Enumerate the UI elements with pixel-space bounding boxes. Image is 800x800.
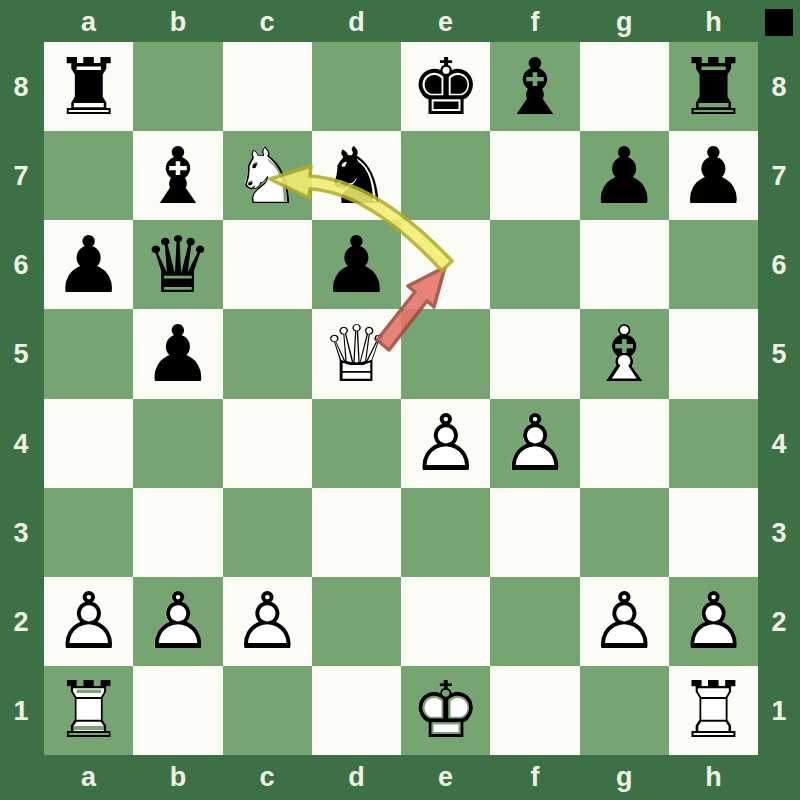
rank-label-2-right: 2 bbox=[771, 609, 786, 636]
piece-white-pawn: ♟♙ bbox=[133, 577, 222, 666]
square-g7[interactable]: ♟ bbox=[580, 131, 669, 220]
piece-black-pawn: ♟ bbox=[312, 220, 401, 309]
piece-white-pawn: ♟♙ bbox=[44, 577, 133, 666]
file-label-h-top: h bbox=[705, 9, 722, 36]
file-label-a-bottom: a bbox=[81, 764, 96, 791]
square-h2[interactable]: ♟♙ bbox=[669, 577, 758, 666]
square-f5[interactable] bbox=[490, 309, 579, 398]
file-label-d-bottom: d bbox=[348, 764, 365, 791]
square-d3[interactable] bbox=[312, 488, 401, 577]
piece-white-pawn: ♟♙ bbox=[490, 399, 579, 488]
piece-black-pawn: ♟ bbox=[580, 131, 669, 220]
square-b5[interactable]: ♟ bbox=[133, 309, 222, 398]
rank-label-3-left: 3 bbox=[13, 519, 28, 546]
square-e1[interactable]: ♚♔ bbox=[401, 666, 490, 755]
square-f2[interactable] bbox=[490, 577, 579, 666]
rank-label-7-right: 7 bbox=[771, 162, 786, 189]
square-d2[interactable] bbox=[312, 577, 401, 666]
piece-black-pawn: ♟ bbox=[44, 220, 133, 309]
square-g6[interactable] bbox=[580, 220, 669, 309]
piece-black-queen: ♛ bbox=[133, 220, 222, 309]
square-d1[interactable] bbox=[312, 666, 401, 755]
rank-label-2-left: 2 bbox=[13, 609, 28, 636]
square-h8[interactable]: ♜ bbox=[669, 42, 758, 131]
square-e7[interactable] bbox=[401, 131, 490, 220]
square-g4[interactable] bbox=[580, 399, 669, 488]
rank-label-8-left: 8 bbox=[13, 73, 28, 100]
square-f4[interactable]: ♟♙ bbox=[490, 399, 579, 488]
file-label-g-top: g bbox=[616, 9, 633, 36]
piece-white-pawn: ♟♙ bbox=[580, 577, 669, 666]
square-b7[interactable]: ♝ bbox=[133, 131, 222, 220]
square-a5[interactable] bbox=[44, 309, 133, 398]
square-c3[interactable] bbox=[223, 488, 312, 577]
square-g3[interactable] bbox=[580, 488, 669, 577]
square-g5[interactable]: ♝♗ bbox=[580, 309, 669, 398]
square-a8[interactable]: ♜ bbox=[44, 42, 133, 131]
piece-white-rook: ♜♖ bbox=[669, 666, 758, 755]
square-g2[interactable]: ♟♙ bbox=[580, 577, 669, 666]
board: ♜♚♝♜♝♞♘♞♟♟♟♛♟♟♛♕♝♗♟♙♟♙♟♙♟♙♟♙♟♙♟♙♜♖♚♔♜♖ bbox=[44, 42, 758, 755]
rank-label-6-right: 6 bbox=[771, 252, 786, 279]
square-d8[interactable] bbox=[312, 42, 401, 131]
piece-black-rook: ♜ bbox=[669, 42, 758, 131]
square-f1[interactable] bbox=[490, 666, 579, 755]
chessboard-frame: ♜♚♝♜♝♞♘♞♟♟♟♛♟♟♛♕♝♗♟♙♟♙♟♙♟♙♟♙♟♙♟♙♜♖♚♔♜♖ a… bbox=[0, 0, 800, 800]
rank-label-5-left: 5 bbox=[13, 341, 28, 368]
square-b1[interactable] bbox=[133, 666, 222, 755]
rank-label-4-left: 4 bbox=[13, 430, 28, 457]
square-a1[interactable]: ♜♖ bbox=[44, 666, 133, 755]
square-e6[interactable] bbox=[401, 220, 490, 309]
square-c1[interactable] bbox=[223, 666, 312, 755]
piece-white-king: ♚♔ bbox=[401, 666, 490, 755]
file-label-e-bottom: e bbox=[438, 764, 453, 791]
file-label-h-bottom: h bbox=[705, 764, 722, 791]
square-c5[interactable] bbox=[223, 309, 312, 398]
square-c2[interactable]: ♟♙ bbox=[223, 577, 312, 666]
piece-black-knight: ♞ bbox=[312, 131, 401, 220]
square-a7[interactable] bbox=[44, 131, 133, 220]
square-b3[interactable] bbox=[133, 488, 222, 577]
piece-white-knight: ♞♘ bbox=[223, 131, 312, 220]
square-d6[interactable]: ♟ bbox=[312, 220, 401, 309]
piece-white-pawn: ♟♙ bbox=[223, 577, 312, 666]
file-label-e-top: e bbox=[438, 9, 453, 36]
square-g1[interactable] bbox=[580, 666, 669, 755]
rank-label-8-right: 8 bbox=[771, 73, 786, 100]
square-a4[interactable] bbox=[44, 399, 133, 488]
square-h4[interactable] bbox=[669, 399, 758, 488]
square-h1[interactable]: ♜♖ bbox=[669, 666, 758, 755]
square-h7[interactable]: ♟ bbox=[669, 131, 758, 220]
square-e3[interactable] bbox=[401, 488, 490, 577]
rank-label-1-left: 1 bbox=[13, 698, 28, 725]
square-e4[interactable]: ♟♙ bbox=[401, 399, 490, 488]
square-e5[interactable] bbox=[401, 309, 490, 398]
piece-black-rook: ♜ bbox=[44, 42, 133, 131]
file-label-d-top: d bbox=[348, 9, 365, 36]
square-c8[interactable] bbox=[223, 42, 312, 131]
square-d4[interactable] bbox=[312, 399, 401, 488]
piece-white-queen: ♛♕ bbox=[312, 309, 401, 398]
square-e2[interactable] bbox=[401, 577, 490, 666]
piece-black-king: ♚ bbox=[401, 42, 490, 131]
square-a3[interactable] bbox=[44, 488, 133, 577]
file-label-f-top: f bbox=[530, 9, 539, 36]
square-d5[interactable]: ♛♕ bbox=[312, 309, 401, 398]
square-c6[interactable] bbox=[223, 220, 312, 309]
square-e8[interactable]: ♚ bbox=[401, 42, 490, 131]
square-c7[interactable]: ♞♘ bbox=[223, 131, 312, 220]
square-d7[interactable]: ♞ bbox=[312, 131, 401, 220]
piece-white-rook: ♜♖ bbox=[44, 666, 133, 755]
square-f8[interactable]: ♝ bbox=[490, 42, 579, 131]
square-f7[interactable] bbox=[490, 131, 579, 220]
rank-label-3-right: 3 bbox=[771, 519, 786, 546]
square-f3[interactable] bbox=[490, 488, 579, 577]
square-g8[interactable] bbox=[580, 42, 669, 131]
file-label-b-top: b bbox=[170, 9, 187, 36]
square-a2[interactable]: ♟♙ bbox=[44, 577, 133, 666]
square-h6[interactable] bbox=[669, 220, 758, 309]
square-b4[interactable] bbox=[133, 399, 222, 488]
square-c4[interactable] bbox=[223, 399, 312, 488]
black-to-move-indicator bbox=[765, 9, 793, 36]
rank-label-7-left: 7 bbox=[13, 162, 28, 189]
piece-black-pawn: ♟ bbox=[133, 309, 222, 398]
square-f6[interactable] bbox=[490, 220, 579, 309]
square-b2[interactable]: ♟♙ bbox=[133, 577, 222, 666]
piece-white-pawn: ♟♙ bbox=[669, 577, 758, 666]
rank-label-1-right: 1 bbox=[771, 698, 786, 725]
piece-white-pawn: ♟♙ bbox=[401, 399, 490, 488]
file-label-g-bottom: g bbox=[616, 764, 633, 791]
rank-label-6-left: 6 bbox=[13, 252, 28, 279]
file-label-b-bottom: b bbox=[170, 764, 187, 791]
square-h5[interactable] bbox=[669, 309, 758, 398]
file-label-c-top: c bbox=[260, 9, 275, 36]
piece-white-bishop: ♝♗ bbox=[580, 309, 669, 398]
square-b6[interactable]: ♛ bbox=[133, 220, 222, 309]
piece-black-bishop: ♝ bbox=[133, 131, 222, 220]
rank-label-5-right: 5 bbox=[771, 341, 786, 368]
file-label-f-bottom: f bbox=[530, 764, 539, 791]
file-label-a-top: a bbox=[81, 9, 96, 36]
file-label-c-bottom: c bbox=[260, 764, 275, 791]
piece-black-bishop: ♝ bbox=[490, 42, 579, 131]
rank-label-4-right: 4 bbox=[771, 430, 786, 457]
square-b8[interactable] bbox=[133, 42, 222, 131]
square-h3[interactable] bbox=[669, 488, 758, 577]
piece-black-pawn: ♟ bbox=[669, 131, 758, 220]
square-a6[interactable]: ♟ bbox=[44, 220, 133, 309]
